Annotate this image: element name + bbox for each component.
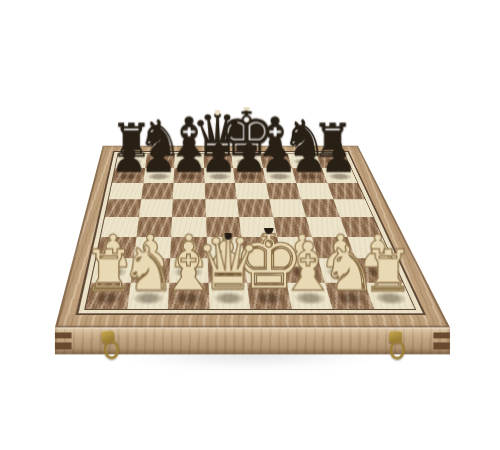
square-c8[interactable] [174,154,203,168]
square-b7[interactable] [143,168,174,183]
square-a5[interactable] [105,199,141,217]
square-c6[interactable] [173,183,205,199]
square-d6[interactable] [204,183,237,199]
square-d7[interactable] [204,168,235,183]
dovetail-joint-left [55,327,72,354]
dovetail-joint-right [433,327,450,354]
square-h8[interactable] [316,154,351,168]
square-e6[interactable] [235,183,269,199]
piece-glyph: ♛ [181,232,277,295]
square-c7[interactable] [174,168,205,183]
chess-board: ♜♞♝♛♚♝♞♜♟♟♟♟♟♟♟♟♟♟♟♟♟♟♟♟♜♞♝♛♚♝♞♜ [55,146,450,328]
square-f8[interactable] [260,154,292,168]
square-a8[interactable] [115,154,146,168]
square-b5[interactable] [139,199,173,217]
square-f7[interactable] [262,168,296,183]
brass-latch-left [100,331,117,356]
finial-e8 [243,100,250,111]
latch-ring [103,339,120,359]
perspective-scene: ♜♞♝♛♚♝♞♜♟♟♟♟♟♟♟♟♟♟♟♟♟♟♟♟♜♞♝♛♚♝♞♜ [0,0,500,450]
square-d8[interactable] [203,154,233,168]
latch-ring [389,340,405,360]
square-h7[interactable] [321,168,357,183]
square-e8[interactable] [231,154,262,168]
box-front-edge [55,327,450,354]
square-a7[interactable] [112,168,145,183]
square-b8[interactable] [145,154,175,168]
finial-d1 [225,229,232,240]
square-a6[interactable] [109,183,143,199]
square-e7[interactable] [233,168,265,183]
square-f6[interactable] [265,183,300,199]
square-b6[interactable] [141,183,174,199]
brass-latch-right [387,331,404,356]
square-c5[interactable] [172,199,206,217]
chess-set-photo: ♜♞♝♛♚♝♞♜♟♟♟♟♟♟♟♟♟♟♟♟♟♟♟♟♜♞♝♛♚♝♞♜ [0,0,500,450]
